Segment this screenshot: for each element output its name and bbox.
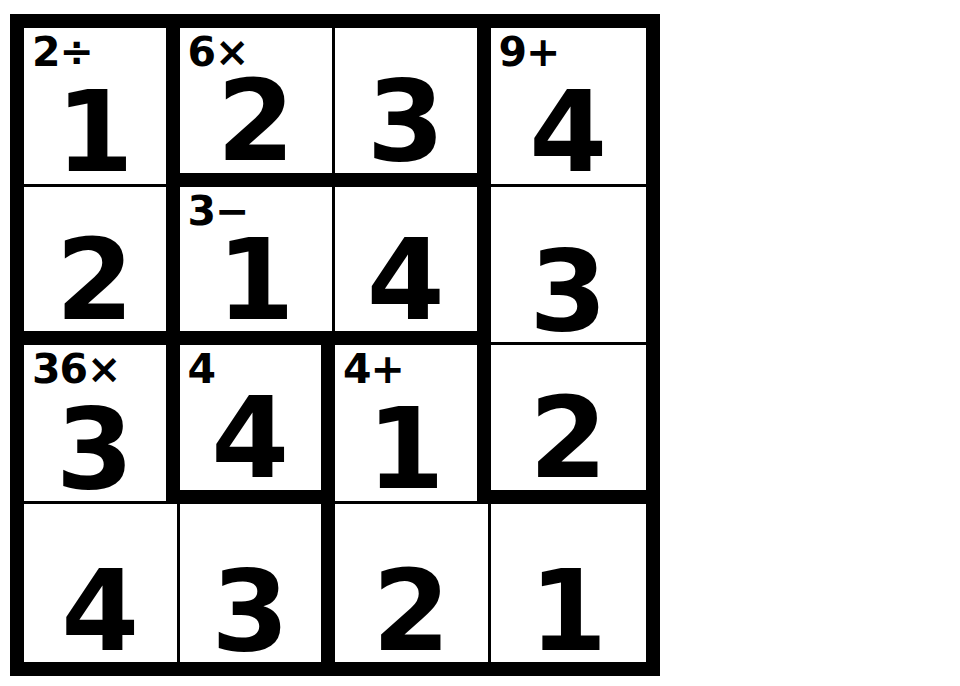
cell-value: 4 — [211, 395, 289, 489]
cell-r1c1[interactable]: 2÷1 — [24, 28, 180, 187]
cell-r2c4[interactable]: 3 — [491, 187, 647, 346]
cage-clue: 2÷ — [32, 31, 93, 74]
cage-clue: 6× — [188, 31, 249, 74]
cage-clue: 36× — [32, 348, 120, 391]
cell-value: 2 — [529, 395, 607, 489]
cage-clue: 4+ — [343, 348, 404, 391]
cell-value: 1 — [367, 406, 445, 500]
cell-value: 1 — [56, 89, 134, 183]
cell-r1c4[interactable]: 9+4 — [491, 28, 647, 187]
cell-value: 2 — [217, 78, 295, 172]
cell-value: 2 — [56, 237, 134, 331]
cell-r2c2[interactable]: 3−1 — [180, 187, 336, 346]
cell-value: 1 — [217, 237, 295, 331]
cage-clue: 3− — [188, 190, 249, 233]
cell-value: 3 — [211, 568, 289, 662]
cell-r4c3[interactable]: 2 — [335, 504, 491, 663]
cell-r4c2[interactable]: 3 — [180, 504, 336, 663]
cell-r3c4[interactable]: 2 — [491, 345, 647, 504]
cell-r1c3[interactable]: 3 — [335, 28, 491, 187]
cell-value: 3 — [529, 248, 607, 342]
cage-clue: 4 — [188, 348, 216, 391]
cell-value: 4 — [367, 237, 445, 331]
cell-r1c2[interactable]: 6×2 — [180, 28, 336, 187]
cell-value: 1 — [529, 568, 607, 662]
cage-clue: 9+ — [499, 31, 560, 74]
kenken-page: 2÷16×239+423−14336×3444+124321 — [0, 0, 960, 686]
cell-value: 4 — [61, 568, 139, 662]
cell-r2c3[interactable]: 4 — [335, 187, 491, 346]
cell-value: 3 — [56, 406, 134, 500]
cell-r4c1[interactable]: 4 — [24, 504, 180, 663]
cell-r2c1[interactable]: 2 — [24, 187, 180, 346]
cell-r3c2[interactable]: 44 — [180, 345, 336, 504]
cell-r3c3[interactable]: 4+1 — [335, 345, 491, 504]
cell-value: 2 — [372, 568, 450, 662]
cell-r3c1[interactable]: 36×3 — [24, 345, 180, 504]
cell-value: 3 — [367, 78, 445, 172]
cell-value: 4 — [529, 89, 607, 183]
cell-r4c4[interactable]: 1 — [491, 504, 647, 663]
kenken-board: 2÷16×239+423−14336×3444+124321 — [10, 14, 660, 676]
